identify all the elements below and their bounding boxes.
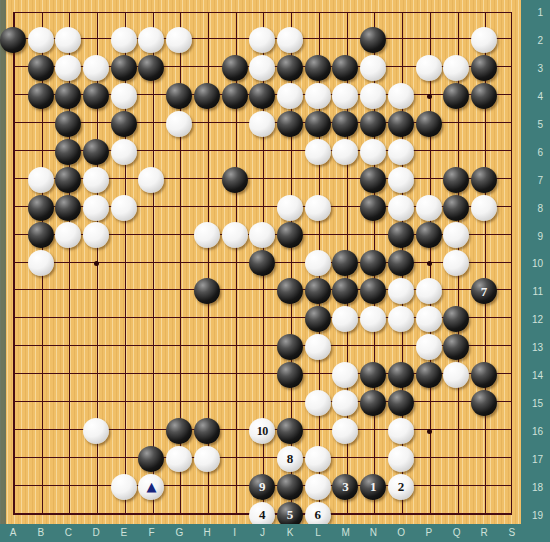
- white-stone-D16[interactable]: [82, 417, 110, 445]
- black-stone-D4[interactable]: [82, 82, 110, 110]
- white-stone-Q3[interactable]: [443, 54, 471, 82]
- white-stone-H9[interactable]: [193, 222, 221, 250]
- empty-point-Q1[interactable]: [443, 0, 471, 26]
- white-stone-G17[interactable]: [165, 445, 193, 473]
- white-stone-G2[interactable]: [165, 26, 193, 54]
- empty-point-J15[interactable]: [248, 389, 276, 417]
- empty-point-F9[interactable]: [138, 222, 166, 250]
- empty-point-B17[interactable]: [27, 445, 55, 473]
- empty-point-H2[interactable]: [193, 26, 221, 54]
- white-stone-P3[interactable]: [415, 54, 443, 82]
- empty-point-A6[interactable]: [0, 138, 27, 166]
- empty-point-M9[interactable]: [332, 222, 360, 250]
- black-stone-R11[interactable]: 7: [470, 277, 498, 305]
- empty-point-N17[interactable]: [359, 445, 387, 473]
- black-stone-D6[interactable]: [82, 138, 110, 166]
- white-stone-K8[interactable]: [276, 194, 304, 222]
- black-stone-R3[interactable]: [470, 54, 498, 82]
- empty-point-J8[interactable]: [248, 194, 276, 222]
- empty-point-E10[interactable]: [110, 249, 138, 277]
- empty-point-H5[interactable]: [193, 110, 221, 138]
- empty-point-J7[interactable]: [248, 166, 276, 194]
- empty-point-B5[interactable]: [27, 110, 55, 138]
- empty-point-G12[interactable]: [165, 305, 193, 333]
- empty-point-P15[interactable]: [415, 389, 443, 417]
- white-stone-L6[interactable]: [304, 138, 332, 166]
- empty-point-I14[interactable]: [221, 361, 249, 389]
- empty-point-G15[interactable]: [165, 389, 193, 417]
- empty-point-G14[interactable]: [165, 361, 193, 389]
- empty-point-R9[interactable]: [470, 222, 498, 250]
- white-stone-K2[interactable]: [276, 26, 304, 54]
- black-stone-C5[interactable]: [54, 110, 82, 138]
- white-stone-M6[interactable]: [332, 138, 360, 166]
- empty-point-M8[interactable]: [332, 194, 360, 222]
- black-stone-K16[interactable]: [276, 417, 304, 445]
- empty-point-I17[interactable]: [221, 445, 249, 473]
- white-stone-M14[interactable]: [332, 361, 360, 389]
- empty-point-I5[interactable]: [221, 110, 249, 138]
- empty-point-F4[interactable]: [138, 82, 166, 110]
- empty-point-H15[interactable]: [193, 389, 221, 417]
- empty-point-F6[interactable]: [138, 138, 166, 166]
- empty-point-G6[interactable]: [165, 138, 193, 166]
- white-stone-O17[interactable]: [387, 445, 415, 473]
- white-stone-L17[interactable]: [304, 445, 332, 473]
- empty-point-Q17[interactable]: [443, 445, 471, 473]
- white-stone-L13[interactable]: [304, 333, 332, 361]
- white-stone-E8[interactable]: [110, 194, 138, 222]
- empty-point-F16[interactable]: [138, 417, 166, 445]
- empty-point-G8[interactable]: [165, 194, 193, 222]
- white-stone-L18[interactable]: [304, 473, 332, 501]
- white-stone-Q9[interactable]: [443, 222, 471, 250]
- empty-point-I15[interactable]: [221, 389, 249, 417]
- black-stone-E5[interactable]: [110, 110, 138, 138]
- empty-point-E16[interactable]: [110, 417, 138, 445]
- empty-point-A3[interactable]: [0, 54, 27, 82]
- empty-point-I1[interactable]: [221, 0, 249, 26]
- white-stone-P8[interactable]: [415, 194, 443, 222]
- white-stone-L4[interactable]: [304, 82, 332, 110]
- black-stone-L3[interactable]: [304, 54, 332, 82]
- empty-point-P10[interactable]: [415, 249, 443, 277]
- black-stone-P5[interactable]: [415, 110, 443, 138]
- white-stone-G5[interactable]: [165, 110, 193, 138]
- black-stone-R14[interactable]: [470, 361, 498, 389]
- white-stone-O4[interactable]: [387, 82, 415, 110]
- empty-point-A12[interactable]: [0, 305, 27, 333]
- empty-point-Q2[interactable]: [443, 26, 471, 54]
- empty-point-G3[interactable]: [165, 54, 193, 82]
- white-stone-D7[interactable]: [82, 166, 110, 194]
- white-stone-F7[interactable]: [138, 166, 166, 194]
- white-stone-H17[interactable]: [193, 445, 221, 473]
- empty-point-F10[interactable]: [138, 249, 166, 277]
- white-stone-K17[interactable]: 8: [276, 445, 304, 473]
- black-stone-K14[interactable]: [276, 361, 304, 389]
- black-stone-E3[interactable]: [110, 54, 138, 82]
- empty-point-B6[interactable]: [27, 138, 55, 166]
- white-stone-E18[interactable]: [110, 473, 138, 501]
- black-stone-N11[interactable]: [359, 277, 387, 305]
- empty-point-D5[interactable]: [82, 110, 110, 138]
- white-stone-P12[interactable]: [415, 305, 443, 333]
- empty-point-F14[interactable]: [138, 361, 166, 389]
- empty-point-C15[interactable]: [54, 389, 82, 417]
- black-stone-J10[interactable]: [248, 249, 276, 277]
- empty-point-G13[interactable]: [165, 333, 193, 361]
- empty-point-M17[interactable]: [332, 445, 360, 473]
- empty-point-A18[interactable]: [0, 473, 27, 501]
- empty-point-K10[interactable]: [276, 249, 304, 277]
- black-stone-J4[interactable]: [248, 82, 276, 110]
- empty-point-A13[interactable]: [0, 333, 27, 361]
- black-stone-L11[interactable]: [304, 277, 332, 305]
- black-stone-R15[interactable]: [470, 389, 498, 417]
- empty-point-A1[interactable]: [0, 0, 27, 26]
- empty-point-C11[interactable]: [54, 277, 82, 305]
- white-stone-B7[interactable]: [27, 166, 55, 194]
- empty-point-K15[interactable]: [276, 389, 304, 417]
- empty-point-J12[interactable]: [248, 305, 276, 333]
- empty-point-Q11[interactable]: [443, 277, 471, 305]
- white-stone-O6[interactable]: [387, 138, 415, 166]
- empty-point-L2[interactable]: [304, 26, 332, 54]
- empty-point-L7[interactable]: [304, 166, 332, 194]
- black-stone-B8[interactable]: [27, 194, 55, 222]
- empty-point-R12[interactable]: [470, 305, 498, 333]
- empty-point-J1[interactable]: [248, 0, 276, 26]
- black-stone-I4[interactable]: [221, 82, 249, 110]
- white-stone-Q10[interactable]: [443, 249, 471, 277]
- empty-point-D18[interactable]: [82, 473, 110, 501]
- empty-point-B16[interactable]: [27, 417, 55, 445]
- empty-point-D15[interactable]: [82, 389, 110, 417]
- black-stone-F3[interactable]: [138, 54, 166, 82]
- white-stone-O12[interactable]: [387, 305, 415, 333]
- empty-point-H12[interactable]: [193, 305, 221, 333]
- empty-point-P2[interactable]: [415, 26, 443, 54]
- empty-point-J6[interactable]: [248, 138, 276, 166]
- black-stone-M10[interactable]: [332, 249, 360, 277]
- empty-point-F1[interactable]: [138, 0, 166, 26]
- empty-point-Q18[interactable]: [443, 473, 471, 501]
- empty-point-N9[interactable]: [359, 222, 387, 250]
- black-stone-B9[interactable]: [27, 222, 55, 250]
- black-stone-N18[interactable]: 1: [359, 473, 387, 501]
- empty-point-A4[interactable]: [0, 82, 27, 110]
- white-stone-I9[interactable]: [221, 222, 249, 250]
- empty-point-O3[interactable]: [387, 54, 415, 82]
- empty-point-B15[interactable]: [27, 389, 55, 417]
- empty-point-Q15[interactable]: [443, 389, 471, 417]
- black-stone-R4[interactable]: [470, 82, 498, 110]
- black-stone-C4[interactable]: [54, 82, 82, 110]
- empty-point-I13[interactable]: [221, 333, 249, 361]
- white-stone-O7[interactable]: [387, 166, 415, 194]
- empty-point-A10[interactable]: [0, 249, 27, 277]
- empty-point-Q6[interactable]: [443, 138, 471, 166]
- empty-point-R1[interactable]: [470, 0, 498, 26]
- empty-point-H8[interactable]: [193, 194, 221, 222]
- empty-point-O13[interactable]: [387, 333, 415, 361]
- empty-point-B11[interactable]: [27, 277, 55, 305]
- white-stone-J5[interactable]: [248, 110, 276, 138]
- empty-point-F12[interactable]: [138, 305, 166, 333]
- empty-point-R17[interactable]: [470, 445, 498, 473]
- empty-point-P6[interactable]: [415, 138, 443, 166]
- black-stone-H16[interactable]: [193, 417, 221, 445]
- black-stone-M3[interactable]: [332, 54, 360, 82]
- white-stone-D8[interactable]: [82, 194, 110, 222]
- black-stone-N14[interactable]: [359, 361, 387, 389]
- empty-point-C16[interactable]: [54, 417, 82, 445]
- black-stone-H11[interactable]: [193, 277, 221, 305]
- white-stone-M15[interactable]: [332, 389, 360, 417]
- empty-point-N16[interactable]: [359, 417, 387, 445]
- white-stone-K4[interactable]: [276, 82, 304, 110]
- black-stone-O10[interactable]: [387, 249, 415, 277]
- white-stone-C2[interactable]: [54, 26, 82, 54]
- black-stone-K5[interactable]: [276, 110, 304, 138]
- empty-point-H6[interactable]: [193, 138, 221, 166]
- white-stone-J3[interactable]: [248, 54, 276, 82]
- empty-point-H3[interactable]: [193, 54, 221, 82]
- empty-point-E7[interactable]: [110, 166, 138, 194]
- white-stone-F18[interactable]: ▲: [138, 473, 166, 501]
- white-stone-D9[interactable]: [82, 222, 110, 250]
- white-stone-F2[interactable]: [138, 26, 166, 54]
- empty-point-E17[interactable]: [110, 445, 138, 473]
- black-stone-P14[interactable]: [415, 361, 443, 389]
- empty-point-H14[interactable]: [193, 361, 221, 389]
- black-stone-N5[interactable]: [359, 110, 387, 138]
- empty-point-G9[interactable]: [165, 222, 193, 250]
- white-stone-O18[interactable]: 2: [387, 473, 415, 501]
- empty-point-A8[interactable]: [0, 194, 27, 222]
- empty-point-R10[interactable]: [470, 249, 498, 277]
- white-stone-P13[interactable]: [415, 333, 443, 361]
- empty-point-I6[interactable]: [221, 138, 249, 166]
- white-stone-J16[interactable]: 10: [248, 417, 276, 445]
- empty-point-D1[interactable]: [82, 0, 110, 26]
- empty-point-P4[interactable]: [415, 82, 443, 110]
- empty-point-C12[interactable]: [54, 305, 82, 333]
- empty-point-D2[interactable]: [82, 26, 110, 54]
- empty-point-H10[interactable]: [193, 249, 221, 277]
- white-stone-M4[interactable]: [332, 82, 360, 110]
- empty-point-H7[interactable]: [193, 166, 221, 194]
- white-stone-L15[interactable]: [304, 389, 332, 417]
- white-stone-J2[interactable]: [248, 26, 276, 54]
- empty-point-G11[interactable]: [165, 277, 193, 305]
- white-stone-C9[interactable]: [54, 222, 82, 250]
- empty-point-G7[interactable]: [165, 166, 193, 194]
- empty-point-P7[interactable]: [415, 166, 443, 194]
- empty-point-D14[interactable]: [82, 361, 110, 389]
- empty-point-I12[interactable]: [221, 305, 249, 333]
- black-stone-J18[interactable]: 9: [248, 473, 276, 501]
- empty-point-O1[interactable]: [387, 0, 415, 26]
- black-stone-B4[interactable]: [27, 82, 55, 110]
- black-stone-M11[interactable]: [332, 277, 360, 305]
- empty-point-R6[interactable]: [470, 138, 498, 166]
- white-stone-O8[interactable]: [387, 194, 415, 222]
- white-stone-R8[interactable]: [470, 194, 498, 222]
- empty-point-A17[interactable]: [0, 445, 27, 473]
- empty-point-E11[interactable]: [110, 277, 138, 305]
- empty-point-G1[interactable]: [165, 0, 193, 26]
- empty-point-J14[interactable]: [248, 361, 276, 389]
- empty-point-F15[interactable]: [138, 389, 166, 417]
- empty-point-M1[interactable]: [332, 0, 360, 26]
- black-stone-K13[interactable]: [276, 333, 304, 361]
- white-stone-M12[interactable]: [332, 305, 360, 333]
- empty-point-H1[interactable]: [193, 0, 221, 26]
- white-stone-B10[interactable]: [27, 249, 55, 277]
- white-stone-J9[interactable]: [248, 222, 276, 250]
- empty-point-N13[interactable]: [359, 333, 387, 361]
- empty-point-A15[interactable]: [0, 389, 27, 417]
- empty-point-E14[interactable]: [110, 361, 138, 389]
- empty-point-F11[interactable]: [138, 277, 166, 305]
- black-stone-H4[interactable]: [193, 82, 221, 110]
- black-stone-L12[interactable]: [304, 305, 332, 333]
- empty-point-L16[interactable]: [304, 417, 332, 445]
- white-stone-E6[interactable]: [110, 138, 138, 166]
- empty-point-B18[interactable]: [27, 473, 55, 501]
- empty-point-I16[interactable]: [221, 417, 249, 445]
- black-stone-L5[interactable]: [304, 110, 332, 138]
- empty-point-B1[interactable]: [27, 0, 55, 26]
- black-stone-A2[interactable]: [0, 26, 27, 54]
- black-stone-O9[interactable]: [387, 222, 415, 250]
- white-stone-D3[interactable]: [82, 54, 110, 82]
- black-stone-N15[interactable]: [359, 389, 387, 417]
- empty-point-I11[interactable]: [221, 277, 249, 305]
- black-stone-K9[interactable]: [276, 222, 304, 250]
- black-stone-M5[interactable]: [332, 110, 360, 138]
- black-stone-G4[interactable]: [165, 82, 193, 110]
- empty-point-P18[interactable]: [415, 473, 443, 501]
- white-stone-N6[interactable]: [359, 138, 387, 166]
- black-stone-O5[interactable]: [387, 110, 415, 138]
- black-stone-F17[interactable]: [138, 445, 166, 473]
- empty-point-R18[interactable]: [470, 473, 498, 501]
- empty-point-M13[interactable]: [332, 333, 360, 361]
- empty-point-K7[interactable]: [276, 166, 304, 194]
- empty-point-P1[interactable]: [415, 0, 443, 26]
- black-stone-Q13[interactable]: [443, 333, 471, 361]
- black-stone-Q7[interactable]: [443, 166, 471, 194]
- black-stone-C8[interactable]: [54, 194, 82, 222]
- empty-point-E1[interactable]: [110, 0, 138, 26]
- empty-point-F8[interactable]: [138, 194, 166, 222]
- empty-point-R16[interactable]: [470, 417, 498, 445]
- black-stone-Q4[interactable]: [443, 82, 471, 110]
- empty-point-Q16[interactable]: [443, 417, 471, 445]
- black-stone-G16[interactable]: [165, 417, 193, 445]
- white-stone-Q14[interactable]: [443, 361, 471, 389]
- empty-point-D11[interactable]: [82, 277, 110, 305]
- empty-point-L9[interactable]: [304, 222, 332, 250]
- white-stone-P11[interactable]: [415, 277, 443, 305]
- empty-point-H18[interactable]: [193, 473, 221, 501]
- empty-point-A14[interactable]: [0, 361, 27, 389]
- empty-point-G10[interactable]: [165, 249, 193, 277]
- empty-point-M7[interactable]: [332, 166, 360, 194]
- empty-point-H13[interactable]: [193, 333, 221, 361]
- black-stone-R7[interactable]: [470, 166, 498, 194]
- empty-point-C1[interactable]: [54, 0, 82, 26]
- black-stone-O14[interactable]: [387, 361, 415, 389]
- white-stone-N3[interactable]: [359, 54, 387, 82]
- empty-point-D13[interactable]: [82, 333, 110, 361]
- black-stone-Q8[interactable]: [443, 194, 471, 222]
- white-stone-M16[interactable]: [332, 417, 360, 445]
- empty-point-C10[interactable]: [54, 249, 82, 277]
- empty-point-E9[interactable]: [110, 222, 138, 250]
- empty-point-A16[interactable]: [0, 417, 27, 445]
- empty-point-D17[interactable]: [82, 445, 110, 473]
- empty-point-J17[interactable]: [248, 445, 276, 473]
- empty-point-O2[interactable]: [387, 26, 415, 54]
- empty-point-I2[interactable]: [221, 26, 249, 54]
- black-stone-N8[interactable]: [359, 194, 387, 222]
- white-stone-L8[interactable]: [304, 194, 332, 222]
- empty-point-P16[interactable]: [415, 417, 443, 445]
- black-stone-N2[interactable]: [359, 26, 387, 54]
- white-stone-L10[interactable]: [304, 249, 332, 277]
- empty-point-B13[interactable]: [27, 333, 55, 361]
- black-stone-M18[interactable]: 3: [332, 473, 360, 501]
- white-stone-E4[interactable]: [110, 82, 138, 110]
- empty-point-R13[interactable]: [470, 333, 498, 361]
- empty-point-K12[interactable]: [276, 305, 304, 333]
- black-stone-C7[interactable]: [54, 166, 82, 194]
- black-stone-I7[interactable]: [221, 166, 249, 194]
- white-stone-N12[interactable]: [359, 305, 387, 333]
- empty-point-Q5[interactable]: [443, 110, 471, 138]
- empty-point-E12[interactable]: [110, 305, 138, 333]
- black-stone-O15[interactable]: [387, 389, 415, 417]
- empty-point-M2[interactable]: [332, 26, 360, 54]
- black-stone-K18[interactable]: [276, 473, 304, 501]
- empty-point-D10[interactable]: [82, 249, 110, 277]
- empty-point-D12[interactable]: [82, 305, 110, 333]
- white-stone-B2[interactable]: [27, 26, 55, 54]
- black-stone-N7[interactable]: [359, 166, 387, 194]
- black-stone-C6[interactable]: [54, 138, 82, 166]
- empty-point-C13[interactable]: [54, 333, 82, 361]
- white-stone-E2[interactable]: [110, 26, 138, 54]
- black-stone-K3[interactable]: [276, 54, 304, 82]
- empty-point-I18[interactable]: [221, 473, 249, 501]
- empty-point-A9[interactable]: [0, 222, 27, 250]
- empty-point-G18[interactable]: [165, 473, 193, 501]
- empty-point-A11[interactable]: [0, 277, 27, 305]
- black-stone-I3[interactable]: [221, 54, 249, 82]
- empty-point-C17[interactable]: [54, 445, 82, 473]
- white-stone-C3[interactable]: [54, 54, 82, 82]
- empty-point-I10[interactable]: [221, 249, 249, 277]
- empty-point-A7[interactable]: [0, 166, 27, 194]
- empty-point-P17[interactable]: [415, 445, 443, 473]
- white-stone-N4[interactable]: [359, 82, 387, 110]
- empty-point-L14[interactable]: [304, 361, 332, 389]
- empty-point-E13[interactable]: [110, 333, 138, 361]
